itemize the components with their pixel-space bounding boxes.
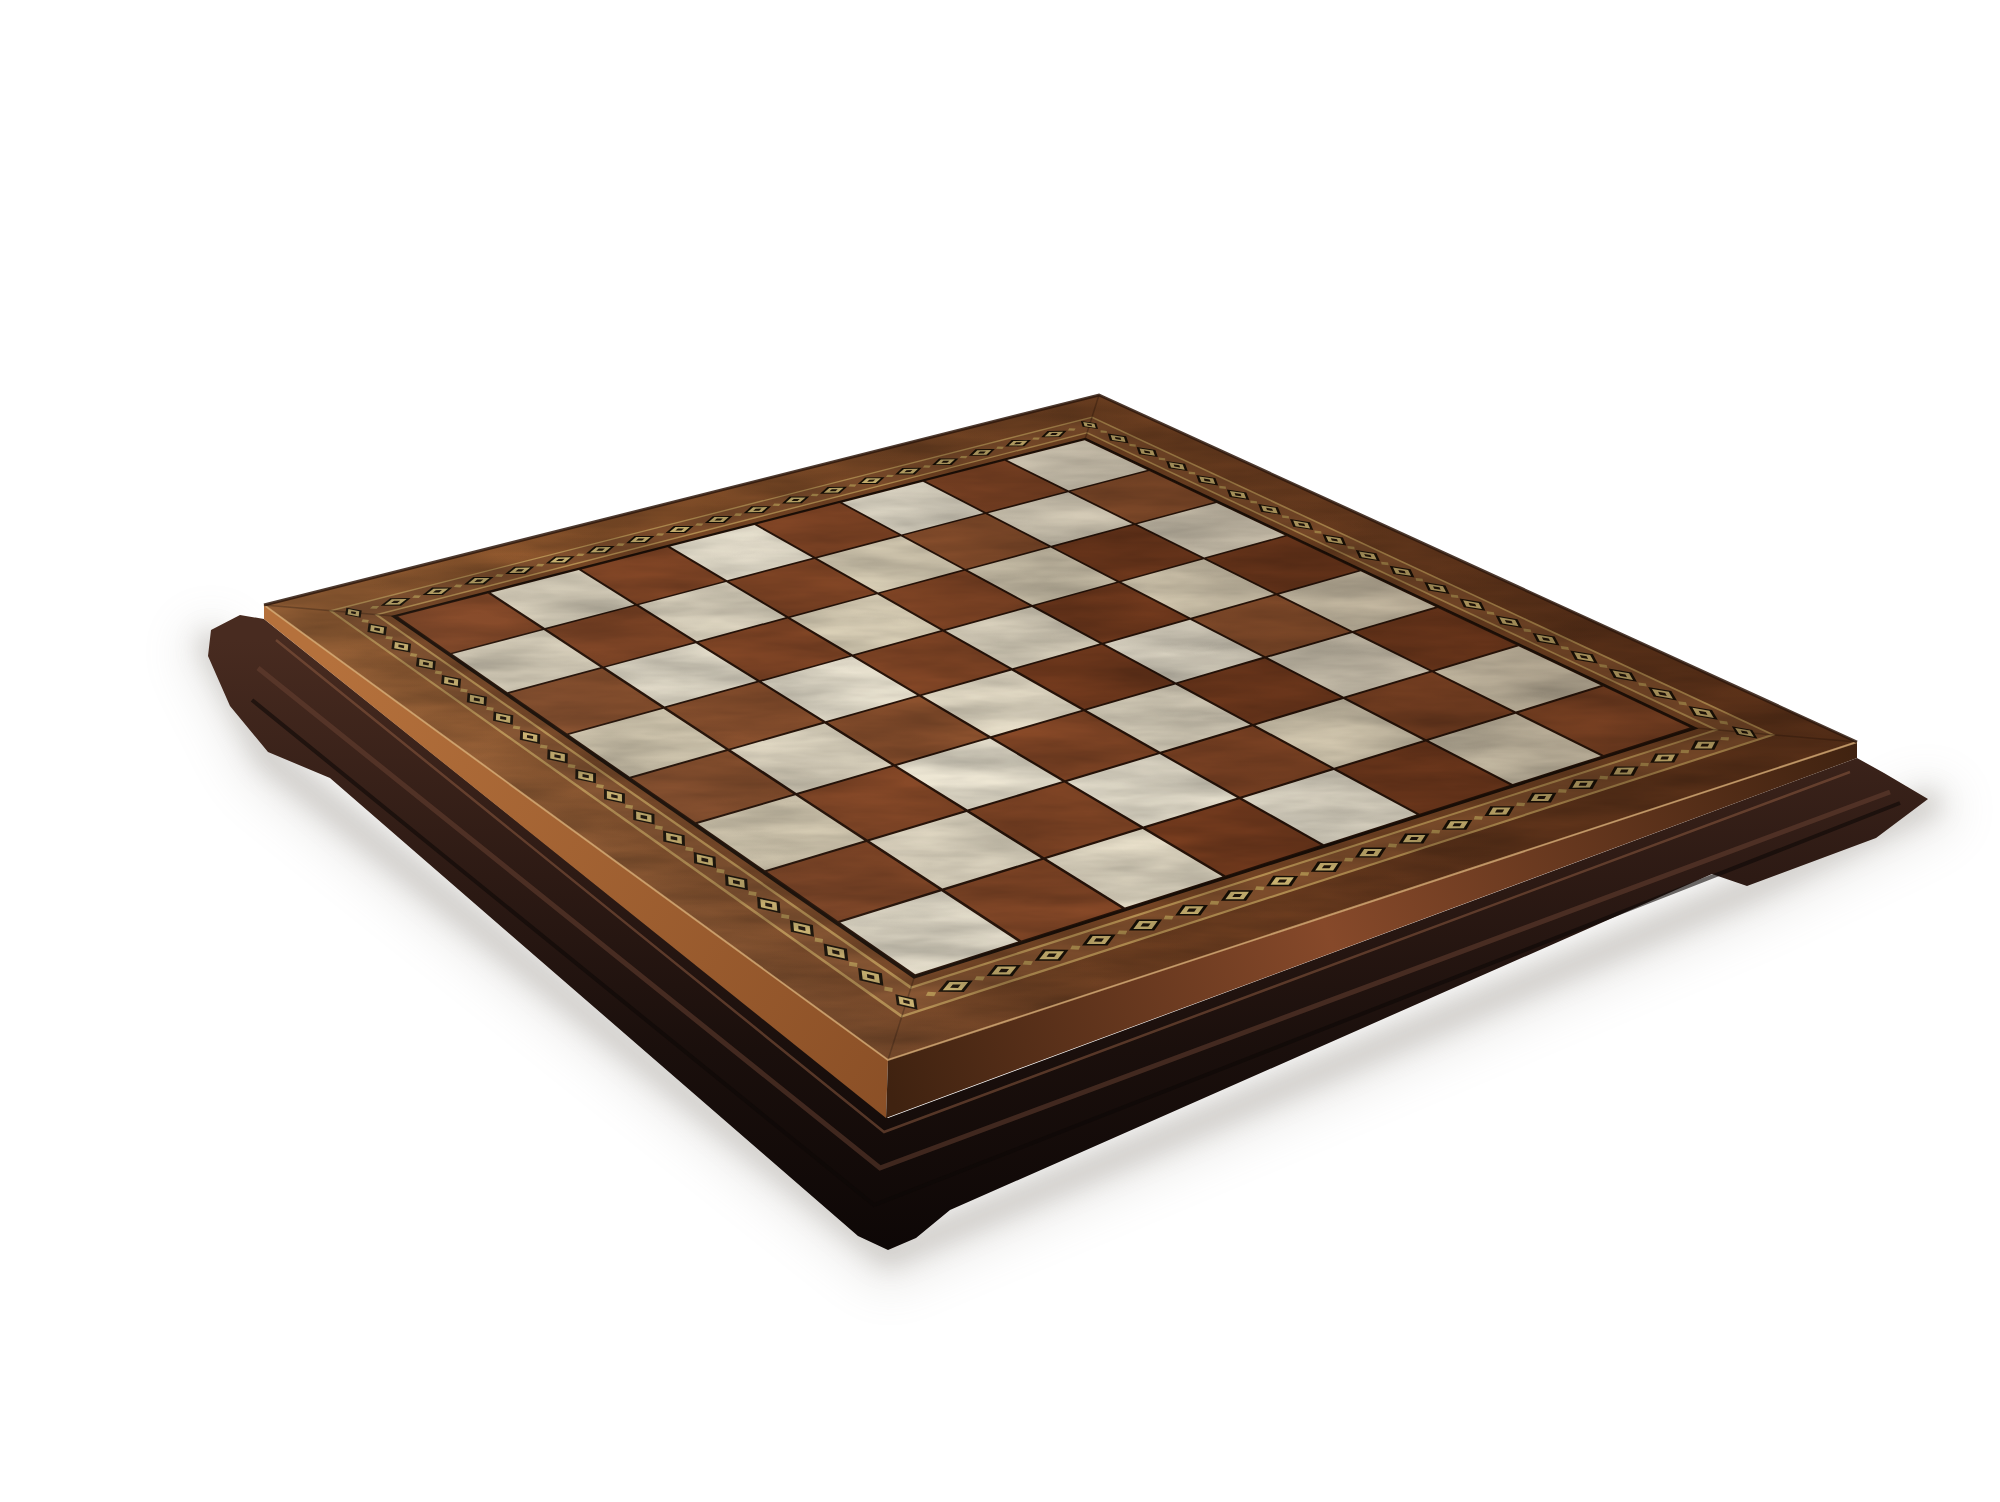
board-photo-svg	[0, 0, 2000, 1502]
chessboard-product-photo	[0, 0, 2000, 1502]
